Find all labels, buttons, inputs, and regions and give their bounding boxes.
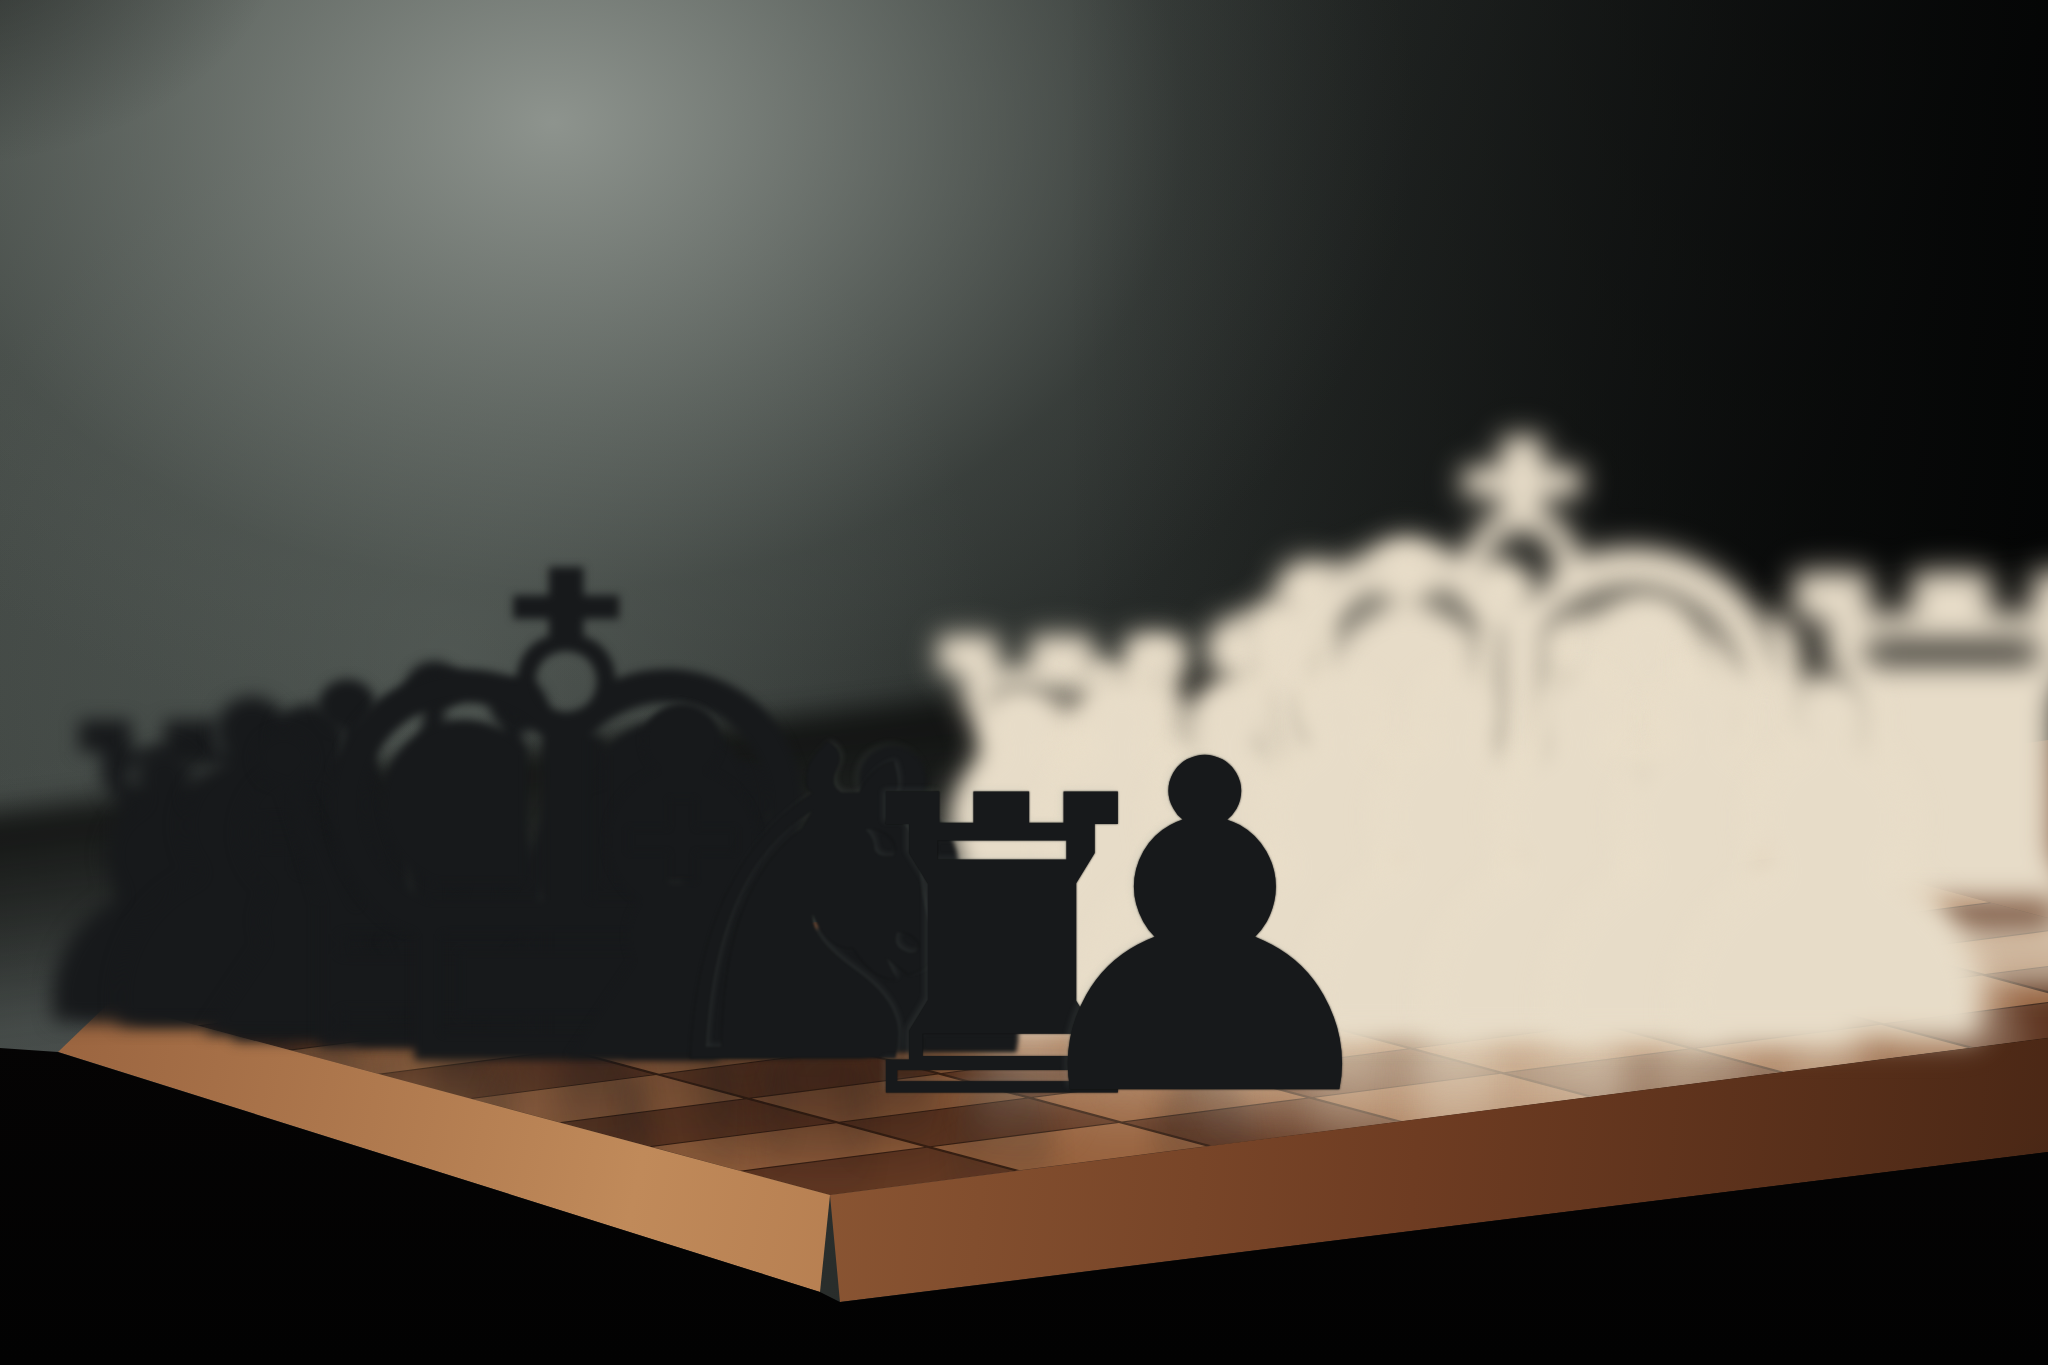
white-pawn-h2[interactable]: ♟ — [1612, 621, 2048, 1112]
chess-photo-stage: ♟♟♟♟♜♞♟♟♝♛♚♝♟♞♜♟♜♞♝♛♚♝♞♜♟♟♟♟♟♟♟♟ — [0, 0, 2048, 1365]
pieces-layer: ♟♟♟♟♜♞♟♟♝♛♚♝♟♞♜♟♜♞♝♛♚♝♞♜♟♟♟♟♟♟♟♟ — [0, 0, 2048, 1365]
black-pawn-h7[interactable]: ♟ — [1000, 702, 1411, 1160]
